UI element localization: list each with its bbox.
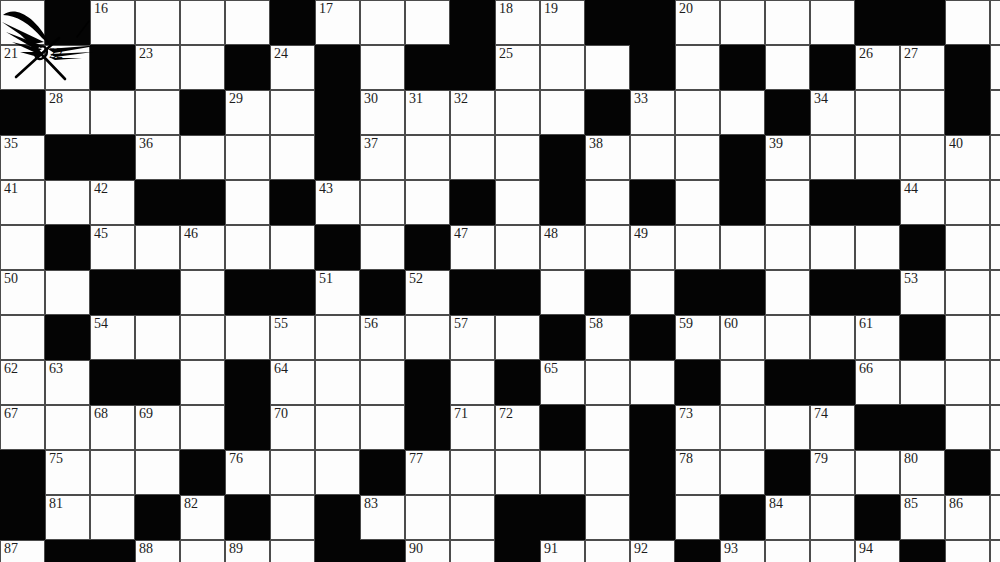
clue-number: 51 xyxy=(319,272,333,287)
grid-cell[interactable] xyxy=(45,270,90,315)
grid-cell[interactable] xyxy=(990,90,1000,135)
grid-cell[interactable] xyxy=(675,225,720,270)
grid-cell[interactable]: 89 xyxy=(225,540,270,562)
clue-number: 25 xyxy=(499,47,513,62)
grid-cell[interactable] xyxy=(765,270,810,315)
grid-cell[interactable]: 26 xyxy=(855,45,900,90)
grid-cell[interactable]: 23 xyxy=(135,45,180,90)
blocked-cell xyxy=(135,270,180,315)
grid-cell[interactable] xyxy=(135,225,180,270)
blocked-cell xyxy=(675,270,720,315)
grid-cell[interactable]: 22 xyxy=(45,45,90,90)
grid-cell[interactable]: 59 xyxy=(675,315,720,360)
grid-cell[interactable]: 73 xyxy=(675,405,720,450)
blocked-cell xyxy=(0,495,45,540)
clue-number: 93 xyxy=(724,542,738,557)
grid-cell[interactable]: 41 xyxy=(0,180,45,225)
grid-cell[interactable] xyxy=(585,495,630,540)
grid-cell[interactable] xyxy=(630,270,675,315)
crossword-page: 1617181920212223242526272829303132333435… xyxy=(0,0,1000,562)
grid-cell[interactable]: 72 xyxy=(495,405,540,450)
blocked-cell xyxy=(45,225,90,270)
blocked-cell xyxy=(225,270,270,315)
blocked-cell xyxy=(630,180,675,225)
grid-cell[interactable] xyxy=(270,495,315,540)
grid-cell[interactable] xyxy=(180,360,225,405)
grid-cell[interactable]: 68 xyxy=(90,405,135,450)
grid-cell[interactable]: 37 xyxy=(360,135,405,180)
clue-number: 19 xyxy=(544,2,558,17)
blocked-cell xyxy=(900,315,945,360)
grid-cell[interactable]: 49 xyxy=(630,225,675,270)
grid-cell[interactable] xyxy=(180,270,225,315)
blocked-cell xyxy=(855,270,900,315)
grid-cell[interactable]: 24 xyxy=(270,45,315,90)
blocked-cell xyxy=(585,90,630,135)
grid-cell[interactable] xyxy=(675,45,720,90)
grid-cell[interactable] xyxy=(405,0,450,45)
blocked-cell xyxy=(180,180,225,225)
clue-number: 47 xyxy=(454,227,468,242)
grid-cell[interactable]: 32 xyxy=(450,90,495,135)
grid-cell[interactable] xyxy=(495,315,540,360)
grid-cell[interactable] xyxy=(765,180,810,225)
clue-number: 40 xyxy=(949,137,963,152)
blocked-cell xyxy=(450,0,495,45)
clue-number: 87 xyxy=(4,542,18,557)
clue-number: 32 xyxy=(454,92,468,107)
grid-cell[interactable]: 86 xyxy=(945,495,990,540)
grid-cell[interactable] xyxy=(405,180,450,225)
grid-cell[interactable] xyxy=(720,0,765,45)
blocked-cell xyxy=(90,360,135,405)
blocked-cell xyxy=(270,180,315,225)
grid-cell[interactable] xyxy=(810,315,855,360)
grid-cell[interactable]: 30 xyxy=(360,90,405,135)
blocked-cell xyxy=(945,450,990,495)
blocked-cell xyxy=(315,45,360,90)
grid-cell[interactable]: 94 xyxy=(855,540,900,562)
grid-cell[interactable] xyxy=(855,135,900,180)
grid-cell[interactable] xyxy=(180,405,225,450)
grid-cell[interactable] xyxy=(495,90,540,135)
grid-cell[interactable] xyxy=(315,360,360,405)
clue-number: 73 xyxy=(679,407,693,422)
blocked-cell xyxy=(90,135,135,180)
blocked-cell xyxy=(450,180,495,225)
grid-cell[interactable] xyxy=(540,90,585,135)
grid-cell[interactable] xyxy=(765,0,810,45)
clue-number: 41 xyxy=(4,182,18,197)
grid-cell[interactable] xyxy=(585,360,630,405)
grid-cell[interactable] xyxy=(585,540,630,562)
grid-cell[interactable] xyxy=(720,360,765,405)
grid-cell[interactable]: 43 xyxy=(315,180,360,225)
grid-cell[interactable]: 40 xyxy=(945,135,990,180)
grid-cell[interactable]: 53 xyxy=(900,270,945,315)
clue-number: 83 xyxy=(364,497,378,512)
grid-cell[interactable] xyxy=(135,0,180,45)
grid-cell[interactable]: 76 xyxy=(225,450,270,495)
grid-cell[interactable]: 28 xyxy=(45,90,90,135)
grid-cell[interactable]: 39 xyxy=(765,135,810,180)
grid-cell[interactable]: 42 xyxy=(90,180,135,225)
grid-cell[interactable] xyxy=(585,180,630,225)
grid-cell[interactable] xyxy=(855,450,900,495)
grid-cell[interactable] xyxy=(270,540,315,562)
blocked-cell xyxy=(360,540,405,562)
grid-cell[interactable] xyxy=(990,405,1000,450)
grid-cell[interactable] xyxy=(0,0,45,45)
grid-cell[interactable]: 45 xyxy=(90,225,135,270)
blocked-cell xyxy=(495,360,540,405)
clue-number: 31 xyxy=(409,92,423,107)
grid-cell[interactable] xyxy=(720,405,765,450)
clue-number: 66 xyxy=(859,362,873,377)
grid-cell[interactable] xyxy=(900,90,945,135)
grid-cell[interactable]: 87 xyxy=(0,540,45,562)
grid-cell[interactable] xyxy=(135,90,180,135)
grid-cell[interactable]: 61 xyxy=(855,315,900,360)
grid-cell[interactable] xyxy=(945,225,990,270)
grid-cell[interactable] xyxy=(360,180,405,225)
clue-number: 85 xyxy=(904,497,918,512)
grid-cell[interactable] xyxy=(225,135,270,180)
grid-cell[interactable]: 65 xyxy=(540,360,585,405)
blocked-cell xyxy=(45,540,90,562)
clue-number: 46 xyxy=(184,227,198,242)
grid-cell[interactable] xyxy=(765,540,810,562)
clue-number: 84 xyxy=(769,497,783,512)
grid-cell[interactable]: 58 xyxy=(585,315,630,360)
grid-cell[interactable] xyxy=(900,135,945,180)
clue-number: 45 xyxy=(94,227,108,242)
grid-cell[interactable] xyxy=(225,0,270,45)
grid-cell[interactable]: 91 xyxy=(540,540,585,562)
grid-cell[interactable]: 74 xyxy=(810,405,855,450)
blocked-cell xyxy=(315,90,360,135)
clue-number: 21 xyxy=(4,47,18,62)
clue-number: 56 xyxy=(364,317,378,332)
grid-cell[interactable]: 50 xyxy=(0,270,45,315)
grid-cell[interactable] xyxy=(990,315,1000,360)
grid-cell[interactable] xyxy=(495,180,540,225)
blocked-cell xyxy=(630,315,675,360)
blocked-cell xyxy=(720,45,765,90)
grid-cell[interactable]: 75 xyxy=(45,450,90,495)
blocked-cell xyxy=(855,495,900,540)
clue-number: 71 xyxy=(454,407,468,422)
grid-cell[interactable] xyxy=(765,405,810,450)
grid-cell[interactable] xyxy=(180,315,225,360)
grid-cell[interactable]: 69 xyxy=(135,405,180,450)
grid-cell[interactable] xyxy=(990,0,1000,45)
grid-cell[interactable]: 88 xyxy=(135,540,180,562)
blocked-cell xyxy=(450,270,495,315)
grid-cell[interactable] xyxy=(990,135,1000,180)
grid-cell[interactable]: 54 xyxy=(90,315,135,360)
grid-cell[interactable]: 63 xyxy=(45,360,90,405)
grid-cell[interactable]: 51 xyxy=(315,270,360,315)
grid-cell[interactable]: 36 xyxy=(135,135,180,180)
grid-cell[interactable] xyxy=(675,180,720,225)
blocked-cell xyxy=(765,450,810,495)
grid-cell[interactable] xyxy=(180,135,225,180)
grid-cell[interactable] xyxy=(585,450,630,495)
grid-cell[interactable]: 19 xyxy=(540,0,585,45)
grid-cell[interactable] xyxy=(360,45,405,90)
blocked-cell xyxy=(540,135,585,180)
grid-cell[interactable] xyxy=(945,540,990,562)
grid-cell[interactable] xyxy=(450,450,495,495)
grid-cell[interactable] xyxy=(450,540,495,562)
clue-number: 64 xyxy=(274,362,288,377)
grid-cell[interactable] xyxy=(180,540,225,562)
grid-cell[interactable]: 47 xyxy=(450,225,495,270)
grid-cell[interactable] xyxy=(810,135,855,180)
grid-cell[interactable] xyxy=(45,180,90,225)
grid-cell[interactable] xyxy=(630,135,675,180)
grid-cell[interactable] xyxy=(315,450,360,495)
clue-number: 86 xyxy=(949,497,963,512)
grid-cell[interactable] xyxy=(315,405,360,450)
grid-cell[interactable]: 33 xyxy=(630,90,675,135)
blocked-cell xyxy=(630,450,675,495)
grid-cell[interactable] xyxy=(585,405,630,450)
grid-cell[interactable] xyxy=(765,315,810,360)
clue-number: 50 xyxy=(4,272,18,287)
grid-cell[interactable] xyxy=(765,45,810,90)
grid-cell[interactable] xyxy=(45,405,90,450)
grid-cell[interactable] xyxy=(810,225,855,270)
grid-cell[interactable] xyxy=(540,45,585,90)
grid-cell[interactable] xyxy=(720,450,765,495)
clue-number: 57 xyxy=(454,317,468,332)
clue-number: 48 xyxy=(544,227,558,242)
grid-cell[interactable]: 55 xyxy=(270,315,315,360)
grid-cell[interactable]: 80 xyxy=(900,450,945,495)
grid-cell[interactable] xyxy=(495,135,540,180)
grid-cell[interactable]: 16 xyxy=(90,0,135,45)
clue-number: 30 xyxy=(364,92,378,107)
clue-number: 59 xyxy=(679,317,693,332)
grid-cell[interactable]: 34 xyxy=(810,90,855,135)
blocked-cell xyxy=(900,405,945,450)
grid-cell[interactable]: 79 xyxy=(810,450,855,495)
grid-cell[interactable] xyxy=(990,225,1000,270)
clue-number: 65 xyxy=(544,362,558,377)
grid-cell[interactable]: 38 xyxy=(585,135,630,180)
blocked-cell xyxy=(495,540,540,562)
clue-number: 39 xyxy=(769,137,783,152)
grid-cell[interactable]: 52 xyxy=(405,270,450,315)
grid-cell[interactable]: 85 xyxy=(900,495,945,540)
blocked-cell xyxy=(405,225,450,270)
grid-cell[interactable] xyxy=(180,0,225,45)
grid-cell[interactable] xyxy=(990,495,1000,540)
clue-number: 27 xyxy=(904,47,918,62)
grid-cell[interactable]: 71 xyxy=(450,405,495,450)
grid-cell[interactable]: 83 xyxy=(360,495,405,540)
grid-cell[interactable]: 46 xyxy=(180,225,225,270)
clue-number: 68 xyxy=(94,407,108,422)
grid-cell[interactable] xyxy=(450,360,495,405)
grid-cell[interactable] xyxy=(360,360,405,405)
clue-number: 54 xyxy=(94,317,108,332)
clue-number: 33 xyxy=(634,92,648,107)
grid-cell[interactable] xyxy=(675,495,720,540)
blocked-cell xyxy=(225,495,270,540)
blocked-cell xyxy=(540,495,585,540)
grid-cell[interactable]: 21 xyxy=(0,45,45,90)
grid-cell[interactable] xyxy=(0,315,45,360)
blocked-cell xyxy=(225,405,270,450)
grid-cell[interactable] xyxy=(900,360,945,405)
grid-cell[interactable] xyxy=(990,270,1000,315)
grid-cell[interactable] xyxy=(945,405,990,450)
grid-cell[interactable]: 56 xyxy=(360,315,405,360)
grid-cell[interactable] xyxy=(585,225,630,270)
grid-cell[interactable] xyxy=(495,225,540,270)
grid-cell[interactable] xyxy=(225,315,270,360)
grid-cell[interactable] xyxy=(360,225,405,270)
clue-number: 44 xyxy=(904,182,918,197)
blocked-cell xyxy=(90,270,135,315)
grid-cell[interactable]: 77 xyxy=(405,450,450,495)
grid-cell[interactable] xyxy=(450,135,495,180)
blocked-cell xyxy=(495,270,540,315)
grid-cell[interactable] xyxy=(945,360,990,405)
grid-cell[interactable] xyxy=(990,45,1000,90)
grid-cell[interactable] xyxy=(990,360,1000,405)
grid-cell[interactable] xyxy=(270,90,315,135)
grid-cell[interactable]: 18 xyxy=(495,0,540,45)
grid-cell[interactable]: 93 xyxy=(720,540,765,562)
clue-number: 77 xyxy=(409,452,423,467)
clue-number: 20 xyxy=(679,2,693,17)
grid-cell[interactable]: 81 xyxy=(45,495,90,540)
grid-cell[interactable] xyxy=(945,180,990,225)
grid-cell[interactable] xyxy=(540,450,585,495)
grid-cell[interactable] xyxy=(225,180,270,225)
grid-cell[interactable] xyxy=(720,225,765,270)
grid-cell[interactable] xyxy=(180,45,225,90)
grid-cell[interactable]: 48 xyxy=(540,225,585,270)
grid-cell[interactable]: 78 xyxy=(675,450,720,495)
clue-number: 17 xyxy=(319,2,333,17)
grid-cell[interactable]: 44 xyxy=(900,180,945,225)
grid-cell[interactable]: 92 xyxy=(630,540,675,562)
grid-cell[interactable] xyxy=(405,315,450,360)
grid-cell[interactable] xyxy=(810,540,855,562)
clue-number: 62 xyxy=(4,362,18,377)
clue-number: 74 xyxy=(814,407,828,422)
grid-cell[interactable]: 25 xyxy=(495,45,540,90)
grid-cell[interactable]: 67 xyxy=(0,405,45,450)
blocked-cell xyxy=(225,45,270,90)
grid-cell[interactable] xyxy=(135,450,180,495)
grid-cell[interactable] xyxy=(90,495,135,540)
grid-cell[interactable] xyxy=(855,225,900,270)
grid-cell[interactable] xyxy=(990,450,1000,495)
grid-cell[interactable]: 62 xyxy=(0,360,45,405)
grid-cell[interactable] xyxy=(315,315,360,360)
grid-cell[interactable]: 82 xyxy=(180,495,225,540)
grid-cell[interactable] xyxy=(405,495,450,540)
grid-cell[interactable] xyxy=(810,0,855,45)
grid-cell[interactable]: 60 xyxy=(720,315,765,360)
grid-cell[interactable] xyxy=(90,90,135,135)
grid-cell[interactable] xyxy=(765,225,810,270)
grid-cell[interactable]: 27 xyxy=(900,45,945,90)
grid-cell[interactable] xyxy=(990,180,1000,225)
grid-cell[interactable]: 31 xyxy=(405,90,450,135)
clue-number: 70 xyxy=(274,407,288,422)
grid-cell[interactable] xyxy=(990,540,1000,562)
grid-cell[interactable] xyxy=(675,90,720,135)
grid-cell[interactable]: 35 xyxy=(0,135,45,180)
blocked-cell xyxy=(585,270,630,315)
grid-cell[interactable] xyxy=(90,450,135,495)
clue-number: 63 xyxy=(49,362,63,377)
grid-cell[interactable]: 29 xyxy=(225,90,270,135)
grid-cell[interactable] xyxy=(540,270,585,315)
grid-cell[interactable]: 84 xyxy=(765,495,810,540)
grid-cell[interactable] xyxy=(945,0,990,45)
grid-cell[interactable] xyxy=(270,450,315,495)
clue-number: 16 xyxy=(94,2,108,17)
grid-cell[interactable]: 64 xyxy=(270,360,315,405)
grid-cell[interactable] xyxy=(360,0,405,45)
blocked-cell xyxy=(405,45,450,90)
grid-cell[interactable] xyxy=(270,225,315,270)
grid-cell[interactable] xyxy=(405,135,450,180)
blocked-cell xyxy=(360,270,405,315)
grid-cell[interactable] xyxy=(225,225,270,270)
grid-cell[interactable]: 57 xyxy=(450,315,495,360)
grid-cell[interactable] xyxy=(450,495,495,540)
grid-cell[interactable] xyxy=(945,270,990,315)
grid-cell[interactable] xyxy=(855,90,900,135)
grid-cell[interactable] xyxy=(360,405,405,450)
grid-cell[interactable] xyxy=(675,135,720,180)
grid-cell[interactable] xyxy=(0,225,45,270)
clue-number: 26 xyxy=(859,47,873,62)
blocked-cell xyxy=(45,315,90,360)
clue-number: 81 xyxy=(49,497,63,512)
grid-cell[interactable] xyxy=(585,45,630,90)
grid-cell[interactable]: 66 xyxy=(855,360,900,405)
grid-cell[interactable] xyxy=(495,450,540,495)
grid-cell[interactable]: 90 xyxy=(405,540,450,562)
blocked-cell xyxy=(855,0,900,45)
blocked-cell xyxy=(315,225,360,270)
grid-cell[interactable]: 70 xyxy=(270,405,315,450)
blocked-cell xyxy=(225,360,270,405)
grid-cell[interactable] xyxy=(270,135,315,180)
grid-cell[interactable] xyxy=(135,315,180,360)
grid-cell[interactable] xyxy=(945,315,990,360)
grid-cell[interactable] xyxy=(810,495,855,540)
blocked-cell xyxy=(45,0,90,45)
grid-cell[interactable]: 17 xyxy=(315,0,360,45)
grid-cell[interactable] xyxy=(630,360,675,405)
clue-number: 36 xyxy=(139,137,153,152)
grid-cell[interactable] xyxy=(720,90,765,135)
clue-number: 58 xyxy=(589,317,603,332)
clue-number: 42 xyxy=(94,182,108,197)
grid-cell[interactable]: 20 xyxy=(675,0,720,45)
